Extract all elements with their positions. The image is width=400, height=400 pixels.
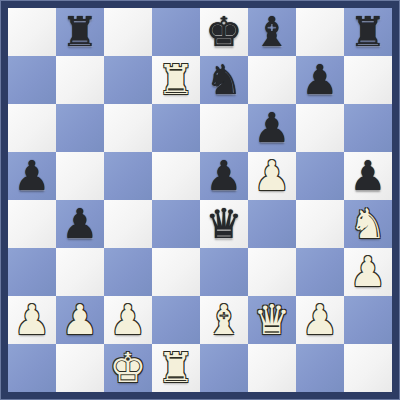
square-f5[interactable]: ♟ — [248, 152, 296, 200]
piece-black-bishop[interactable]: ♝ — [254, 8, 291, 56]
square-f2[interactable]: ♛ — [248, 296, 296, 344]
piece-black-rook[interactable]: ♜ — [62, 8, 99, 56]
piece-white-pawn[interactable]: ♟ — [14, 296, 51, 344]
piece-black-pawn[interactable]: ♟ — [14, 152, 51, 200]
chess-board-frame: ♜♚♝♜♜♞♟♟♟♟♟♟♟♛♞♟♟♟♟♝♛♟♚♜ — [0, 0, 400, 400]
square-h5[interactable]: ♟ — [344, 152, 392, 200]
square-g6[interactable] — [296, 104, 344, 152]
square-h6[interactable] — [344, 104, 392, 152]
piece-black-pawn[interactable]: ♟ — [350, 152, 387, 200]
piece-white-rook[interactable]: ♜ — [158, 56, 195, 104]
square-f8[interactable]: ♝ — [248, 8, 296, 56]
piece-black-knight[interactable]: ♞ — [206, 56, 243, 104]
square-c7[interactable] — [104, 56, 152, 104]
square-f4[interactable] — [248, 200, 296, 248]
square-b1[interactable] — [56, 344, 104, 392]
square-a1[interactable] — [8, 344, 56, 392]
piece-white-pawn[interactable]: ♟ — [62, 296, 99, 344]
square-c6[interactable] — [104, 104, 152, 152]
square-b5[interactable] — [56, 152, 104, 200]
square-c8[interactable] — [104, 8, 152, 56]
piece-black-pawn[interactable]: ♟ — [254, 104, 291, 152]
chess-board: ♜♚♝♜♜♞♟♟♟♟♟♟♟♛♞♟♟♟♟♝♛♟♚♜ — [8, 8, 392, 392]
square-d2[interactable] — [152, 296, 200, 344]
square-d7[interactable]: ♜ — [152, 56, 200, 104]
square-f1[interactable] — [248, 344, 296, 392]
square-h1[interactable] — [344, 344, 392, 392]
square-g8[interactable] — [296, 8, 344, 56]
square-h4[interactable]: ♞ — [344, 200, 392, 248]
piece-black-rook[interactable]: ♜ — [350, 8, 387, 56]
square-c1[interactable]: ♚ — [104, 344, 152, 392]
piece-black-king[interactable]: ♚ — [206, 8, 243, 56]
square-f7[interactable] — [248, 56, 296, 104]
square-d1[interactable]: ♜ — [152, 344, 200, 392]
square-a8[interactable] — [8, 8, 56, 56]
piece-black-pawn[interactable]: ♟ — [62, 200, 99, 248]
square-a3[interactable] — [8, 248, 56, 296]
square-e7[interactable]: ♞ — [200, 56, 248, 104]
square-b6[interactable] — [56, 104, 104, 152]
square-a6[interactable] — [8, 104, 56, 152]
square-e2[interactable]: ♝ — [200, 296, 248, 344]
square-h7[interactable] — [344, 56, 392, 104]
piece-white-queen[interactable]: ♛ — [254, 296, 291, 344]
square-g1[interactable] — [296, 344, 344, 392]
square-d4[interactable] — [152, 200, 200, 248]
piece-white-pawn[interactable]: ♟ — [302, 296, 339, 344]
square-e3[interactable] — [200, 248, 248, 296]
square-g5[interactable] — [296, 152, 344, 200]
square-d5[interactable] — [152, 152, 200, 200]
piece-white-bishop[interactable]: ♝ — [206, 296, 243, 344]
square-g2[interactable]: ♟ — [296, 296, 344, 344]
piece-white-pawn[interactable]: ♟ — [110, 296, 147, 344]
square-e8[interactable]: ♚ — [200, 8, 248, 56]
piece-black-pawn[interactable]: ♟ — [206, 152, 243, 200]
square-g3[interactable] — [296, 248, 344, 296]
square-a2[interactable]: ♟ — [8, 296, 56, 344]
square-c2[interactable]: ♟ — [104, 296, 152, 344]
square-a4[interactable] — [8, 200, 56, 248]
square-d6[interactable] — [152, 104, 200, 152]
square-h2[interactable] — [344, 296, 392, 344]
square-f6[interactable]: ♟ — [248, 104, 296, 152]
piece-black-queen[interactable]: ♛ — [206, 200, 243, 248]
square-c3[interactable] — [104, 248, 152, 296]
square-c4[interactable] — [104, 200, 152, 248]
square-b3[interactable] — [56, 248, 104, 296]
square-e6[interactable] — [200, 104, 248, 152]
piece-white-rook[interactable]: ♜ — [158, 344, 195, 392]
square-b8[interactable]: ♜ — [56, 8, 104, 56]
square-e4[interactable]: ♛ — [200, 200, 248, 248]
piece-white-pawn[interactable]: ♟ — [254, 152, 291, 200]
square-g7[interactable]: ♟ — [296, 56, 344, 104]
square-b7[interactable] — [56, 56, 104, 104]
piece-white-knight[interactable]: ♞ — [350, 200, 387, 248]
square-e5[interactable]: ♟ — [200, 152, 248, 200]
square-a7[interactable] — [8, 56, 56, 104]
square-h8[interactable]: ♜ — [344, 8, 392, 56]
piece-black-pawn[interactable]: ♟ — [302, 56, 339, 104]
square-f3[interactable] — [248, 248, 296, 296]
square-c5[interactable] — [104, 152, 152, 200]
square-e1[interactable] — [200, 344, 248, 392]
square-d3[interactable] — [152, 248, 200, 296]
square-h3[interactable]: ♟ — [344, 248, 392, 296]
piece-white-king[interactable]: ♚ — [110, 344, 147, 392]
square-b2[interactable]: ♟ — [56, 296, 104, 344]
square-b4[interactable]: ♟ — [56, 200, 104, 248]
square-a5[interactable]: ♟ — [8, 152, 56, 200]
square-g4[interactable] — [296, 200, 344, 248]
square-d8[interactable] — [152, 8, 200, 56]
piece-white-pawn[interactable]: ♟ — [350, 248, 387, 296]
